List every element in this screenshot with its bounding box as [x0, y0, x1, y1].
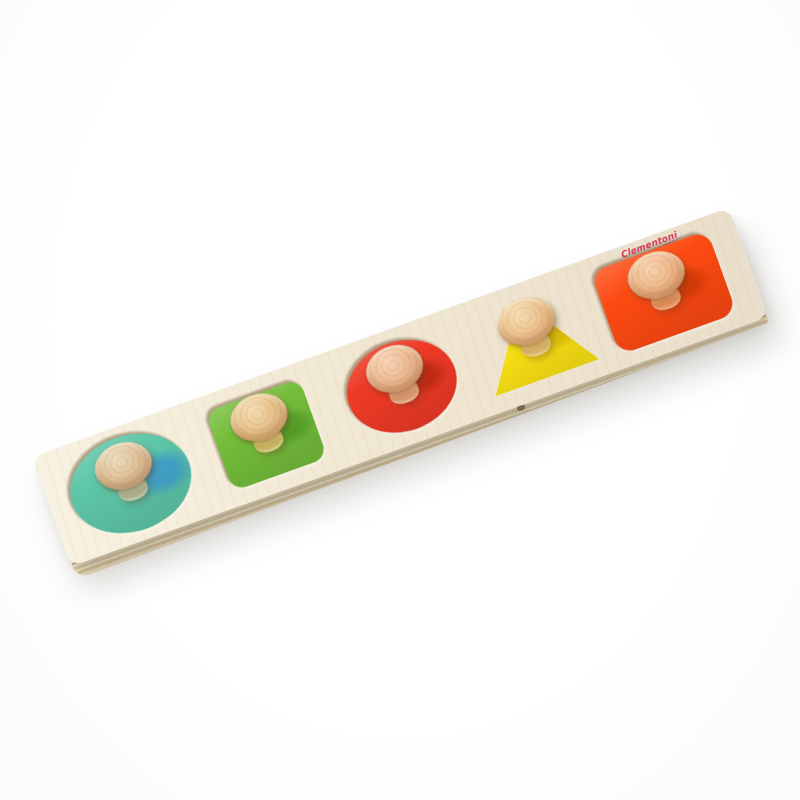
puzzle-board: Clementoni [32, 208, 768, 567]
product-photo-scene: Clementoni [0, 0, 800, 800]
slot-red-circle [334, 325, 470, 447]
slot-yellow-triangle [468, 282, 599, 396]
slot-row [32, 208, 729, 457]
slot-green-square [205, 378, 327, 491]
board-face: Clementoni [32, 208, 768, 567]
